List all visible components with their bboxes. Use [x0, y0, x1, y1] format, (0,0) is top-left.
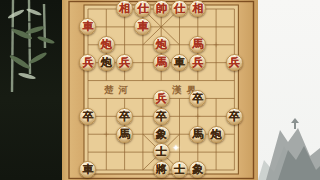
- bamboo-art: [0, 0, 62, 180]
- black-chariot-piece[interactable]: 車: [171, 54, 188, 71]
- red-advisor-piece[interactable]: 仕: [171, 0, 188, 17]
- red-horse-piece[interactable]: 馬: [189, 36, 206, 53]
- black-horse-piece[interactable]: 馬: [189, 126, 206, 143]
- red-elephant-piece[interactable]: 相: [189, 0, 206, 17]
- black-elephant-piece[interactable]: 象: [153, 126, 170, 143]
- red-cannon-piece[interactable]: 炮: [98, 36, 115, 53]
- mountain-art: [258, 0, 320, 180]
- highlight-sparkle: ✦: [170, 143, 182, 154]
- red-pawn-piece[interactable]: 兵: [153, 90, 170, 107]
- black-advisor-piece[interactable]: 士: [171, 161, 188, 178]
- piece-grid: 相仕帥仕相車車炮炮馬兵炮兵馬車兵兵兵卒卒卒卒卒馬象馬炮士車將士象: [79, 0, 244, 179]
- left-panel-bamboo: [0, 0, 62, 180]
- black-pawn-piece[interactable]: 卒: [79, 108, 96, 125]
- red-chariot-piece[interactable]: 車: [134, 18, 151, 35]
- red-pawn-piece[interactable]: 兵: [79, 54, 96, 71]
- black-advisor-piece[interactable]: 士: [153, 143, 170, 160]
- red-pawn-piece[interactable]: 兵: [226, 54, 243, 71]
- black-pawn-piece[interactable]: 卒: [226, 108, 243, 125]
- red-horse-piece[interactable]: 馬: [153, 54, 170, 71]
- red-cannon-piece[interactable]: 炮: [153, 36, 170, 53]
- red-general-piece[interactable]: 帥: [153, 0, 170, 17]
- black-cannon-piece[interactable]: 炮: [98, 54, 115, 71]
- red-advisor-piece[interactable]: 仕: [134, 0, 151, 17]
- black-chariot-piece[interactable]: 車: [79, 161, 96, 178]
- black-pawn-piece[interactable]: 卒: [189, 90, 206, 107]
- xiangqi-board[interactable]: 楚河 漢界 相仕帥仕相車車炮炮馬兵炮兵馬車兵兵兵卒卒卒卒卒馬象馬炮士車將士象 ✦: [62, 0, 258, 180]
- xiangqi-app-screenshot: 楚河 漢界 相仕帥仕相車車炮炮馬兵炮兵馬車兵兵兵卒卒卒卒卒馬象馬炮士車將士象 ✦: [0, 0, 320, 180]
- black-pawn-piece[interactable]: 卒: [153, 108, 170, 125]
- right-panel-inkwash: [258, 0, 320, 180]
- black-horse-piece[interactable]: 馬: [116, 126, 133, 143]
- red-elephant-piece[interactable]: 相: [116, 0, 133, 17]
- red-chariot-piece[interactable]: 車: [79, 18, 96, 35]
- black-elephant-piece[interactable]: 象: [189, 161, 206, 178]
- black-pawn-piece[interactable]: 卒: [116, 108, 133, 125]
- red-pawn-piece[interactable]: 兵: [189, 54, 206, 71]
- black-cannon-piece[interactable]: 炮: [208, 126, 225, 143]
- red-pawn-piece[interactable]: 兵: [116, 54, 133, 71]
- black-general-piece[interactable]: 將: [153, 161, 170, 178]
